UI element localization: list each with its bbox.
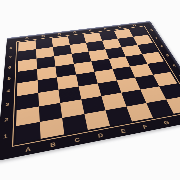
file-label-b: B <box>41 137 66 152</box>
rank-labels-left: 87654321 <box>0 43 16 147</box>
square-b1[interactable] <box>40 118 65 139</box>
file-label-e: E <box>111 124 136 138</box>
square-c1[interactable] <box>62 114 87 134</box>
photo-background: ABCDEFGH ABCDEFGH 87654321 87654321 <box>0 0 180 180</box>
square-a1[interactable] <box>16 122 41 144</box>
rank-label-1: 1 <box>0 127 13 147</box>
file-label-a: A <box>15 141 41 157</box>
file-label-c: C <box>65 132 90 147</box>
file-label-d: D <box>88 128 113 142</box>
chessboard: ABCDEFGH ABCDEFGH 87654321 87654321 <box>0 21 180 161</box>
